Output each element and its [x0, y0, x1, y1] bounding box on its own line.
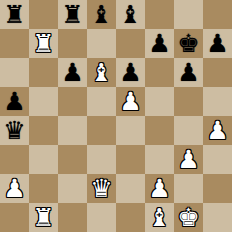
square-a8[interactable]: ♜	[0, 0, 29, 29]
square-a7[interactable]	[0, 29, 29, 58]
black-pawn-icon: ♟	[177, 58, 199, 87]
square-b1[interactable]: ♜	[29, 203, 58, 232]
square-b2[interactable]	[29, 174, 58, 203]
square-h6[interactable]	[203, 58, 232, 87]
white-pawn-icon: ♟	[206, 116, 228, 145]
square-g1[interactable]: ♚	[174, 203, 203, 232]
square-g2[interactable]	[174, 174, 203, 203]
square-h1[interactable]	[203, 203, 232, 232]
black-king-icon: ♚	[177, 29, 199, 58]
square-b3[interactable]	[29, 145, 58, 174]
white-bishop-icon: ♝	[148, 203, 170, 232]
square-e5[interactable]: ♟	[116, 87, 145, 116]
square-h8[interactable]	[203, 0, 232, 29]
square-c5[interactable]	[58, 87, 87, 116]
square-c6[interactable]: ♟	[58, 58, 87, 87]
black-bishop-icon: ♝	[90, 0, 112, 29]
square-h4[interactable]: ♟	[203, 116, 232, 145]
square-d2[interactable]: ♛	[87, 174, 116, 203]
square-c7[interactable]	[58, 29, 87, 58]
black-queen-icon: ♛	[3, 116, 25, 145]
square-g7[interactable]: ♚	[174, 29, 203, 58]
square-e8[interactable]: ♝	[116, 0, 145, 29]
white-king-icon: ♚	[177, 203, 199, 232]
square-g3[interactable]: ♟	[174, 145, 203, 174]
square-e7[interactable]	[116, 29, 145, 58]
square-e4[interactable]	[116, 116, 145, 145]
square-f6[interactable]	[145, 58, 174, 87]
square-h3[interactable]	[203, 145, 232, 174]
black-pawn-icon: ♟	[3, 87, 25, 116]
square-f1[interactable]: ♝	[145, 203, 174, 232]
white-pawn-icon: ♟	[177, 145, 199, 174]
square-f4[interactable]	[145, 116, 174, 145]
square-h5[interactable]	[203, 87, 232, 116]
black-pawn-icon: ♟	[61, 58, 83, 87]
square-d3[interactable]	[87, 145, 116, 174]
black-pawn-icon: ♟	[206, 29, 228, 58]
black-pawn-icon: ♟	[119, 58, 141, 87]
black-rook-icon: ♜	[3, 0, 25, 29]
square-f2[interactable]: ♟	[145, 174, 174, 203]
white-bishop-icon: ♝	[90, 58, 112, 87]
square-g8[interactable]	[174, 0, 203, 29]
square-c1[interactable]	[58, 203, 87, 232]
square-c3[interactable]	[58, 145, 87, 174]
white-rook-icon: ♜	[32, 203, 54, 232]
square-b6[interactable]	[29, 58, 58, 87]
square-g4[interactable]	[174, 116, 203, 145]
white-pawn-icon: ♟	[148, 174, 170, 203]
square-h2[interactable]	[203, 174, 232, 203]
white-rook-icon: ♜	[32, 29, 54, 58]
square-d5[interactable]	[87, 87, 116, 116]
square-a5[interactable]: ♟	[0, 87, 29, 116]
white-pawn-icon: ♟	[119, 87, 141, 116]
square-b7[interactable]: ♜	[29, 29, 58, 58]
square-f7[interactable]: ♟	[145, 29, 174, 58]
square-e2[interactable]	[116, 174, 145, 203]
square-c2[interactable]	[58, 174, 87, 203]
square-g6[interactable]: ♟	[174, 58, 203, 87]
square-d7[interactable]	[87, 29, 116, 58]
square-e6[interactable]: ♟	[116, 58, 145, 87]
square-b5[interactable]	[29, 87, 58, 116]
square-f8[interactable]	[145, 0, 174, 29]
square-e3[interactable]	[116, 145, 145, 174]
white-queen-icon: ♛	[90, 174, 112, 203]
square-d6[interactable]: ♝	[87, 58, 116, 87]
square-d4[interactable]	[87, 116, 116, 145]
square-d8[interactable]: ♝	[87, 0, 116, 29]
square-f5[interactable]	[145, 87, 174, 116]
square-a1[interactable]	[0, 203, 29, 232]
chess-board: ♜♜♝♝♜♟♚♟♟♝♟♟♟♟♛♟♟♟♛♟♜♝♚	[0, 0, 232, 232]
square-b4[interactable]	[29, 116, 58, 145]
square-e1[interactable]	[116, 203, 145, 232]
square-a6[interactable]	[0, 58, 29, 87]
square-h7[interactable]: ♟	[203, 29, 232, 58]
square-a3[interactable]	[0, 145, 29, 174]
square-f3[interactable]	[145, 145, 174, 174]
square-c4[interactable]	[58, 116, 87, 145]
black-bishop-icon: ♝	[119, 0, 141, 29]
white-pawn-icon: ♟	[3, 174, 25, 203]
black-pawn-icon: ♟	[148, 29, 170, 58]
black-rook-icon: ♜	[61, 0, 83, 29]
square-a2[interactable]: ♟	[0, 174, 29, 203]
square-b8[interactable]	[29, 0, 58, 29]
square-g5[interactable]	[174, 87, 203, 116]
square-a4[interactable]: ♛	[0, 116, 29, 145]
square-d1[interactable]	[87, 203, 116, 232]
square-c8[interactable]: ♜	[58, 0, 87, 29]
